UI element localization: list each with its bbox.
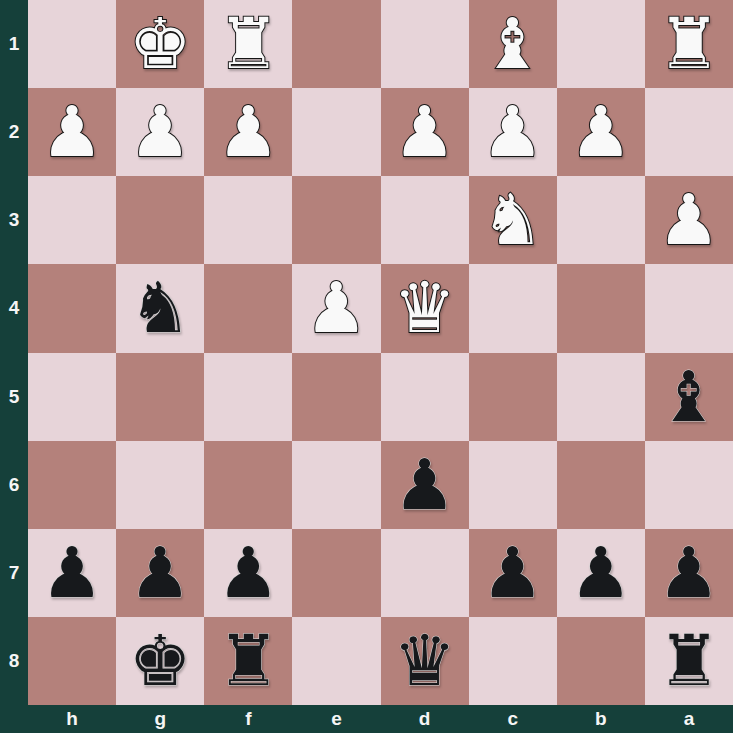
square-e6[interactable]	[292, 441, 380, 529]
file-label-b: b	[557, 705, 645, 733]
square-g6[interactable]	[116, 441, 204, 529]
square-d4[interactable]: ♛	[381, 264, 469, 352]
white-pawn-piece: ♟	[217, 97, 280, 167]
square-g2[interactable]: ♟	[116, 88, 204, 176]
white-rook-piece: ♜	[658, 9, 721, 79]
rank-label-5: 5	[0, 353, 28, 441]
square-e2[interactable]	[292, 88, 380, 176]
square-e8[interactable]	[292, 617, 380, 705]
square-d6[interactable]: ♟	[381, 441, 469, 529]
square-b7[interactable]: ♟	[557, 529, 645, 617]
square-f2[interactable]: ♟	[204, 88, 292, 176]
white-bishop-piece: ♝	[481, 9, 544, 79]
square-a4[interactable]	[645, 264, 733, 352]
square-b6[interactable]	[557, 441, 645, 529]
rank-label-2: 2	[0, 88, 28, 176]
board-corner	[0, 705, 28, 733]
square-e3[interactable]	[292, 176, 380, 264]
square-a7[interactable]: ♟	[645, 529, 733, 617]
black-rook-piece: ♜	[658, 626, 721, 696]
square-b8[interactable]	[557, 617, 645, 705]
rank-label-8: 8	[0, 617, 28, 705]
white-queen-piece: ♛	[393, 273, 456, 343]
square-f1[interactable]: ♜	[204, 0, 292, 88]
file-label-h: h	[28, 705, 116, 733]
square-d3[interactable]	[381, 176, 469, 264]
rank-label-4: 4	[0, 264, 28, 352]
file-label-g: g	[116, 705, 204, 733]
square-h2[interactable]: ♟	[28, 88, 116, 176]
square-a1[interactable]: ♜	[645, 0, 733, 88]
square-b2[interactable]: ♟	[557, 88, 645, 176]
square-b4[interactable]	[557, 264, 645, 352]
rank-label-1: 1	[0, 0, 28, 88]
square-f3[interactable]	[204, 176, 292, 264]
square-c1[interactable]: ♝	[469, 0, 557, 88]
square-g8[interactable]: ♚	[116, 617, 204, 705]
square-b3[interactable]	[557, 176, 645, 264]
square-e1[interactable]	[292, 0, 380, 88]
white-pawn-piece: ♟	[481, 97, 544, 167]
square-c7[interactable]: ♟	[469, 529, 557, 617]
square-h8[interactable]	[28, 617, 116, 705]
square-d8[interactable]: ♛	[381, 617, 469, 705]
square-f6[interactable]	[204, 441, 292, 529]
file-label-d: d	[381, 705, 469, 733]
square-c3[interactable]: ♞	[469, 176, 557, 264]
square-a3[interactable]: ♟	[645, 176, 733, 264]
rank-label-7: 7	[0, 529, 28, 617]
white-king-piece: ♚	[129, 9, 192, 79]
square-c4[interactable]	[469, 264, 557, 352]
white-pawn-piece: ♟	[393, 97, 456, 167]
square-a5[interactable]: ♝	[645, 353, 733, 441]
black-knight-piece: ♞	[129, 273, 192, 343]
square-g7[interactable]: ♟	[116, 529, 204, 617]
file-label-f: f	[204, 705, 292, 733]
square-f8[interactable]: ♜	[204, 617, 292, 705]
file-labels: hgfedcba	[28, 705, 733, 733]
chess-app: 12345678 ♚♜♝♜♟♟♟♟♟♟♞♟♞♟♛♝♟♟♟♟♟♟♟♚♜♛♜ hgf…	[0, 0, 733, 733]
square-e7[interactable]	[292, 529, 380, 617]
white-pawn-piece: ♟	[305, 273, 368, 343]
black-rook-piece: ♜	[217, 626, 280, 696]
square-g5[interactable]	[116, 353, 204, 441]
white-pawn-piece: ♟	[129, 97, 192, 167]
square-d2[interactable]: ♟	[381, 88, 469, 176]
square-g3[interactable]	[116, 176, 204, 264]
rank-labels: 12345678	[0, 0, 28, 705]
black-pawn-piece: ♟	[41, 538, 104, 608]
square-a2[interactable]	[645, 88, 733, 176]
square-b5[interactable]	[557, 353, 645, 441]
square-h5[interactable]	[28, 353, 116, 441]
square-h6[interactable]	[28, 441, 116, 529]
square-f4[interactable]	[204, 264, 292, 352]
white-knight-piece: ♞	[481, 185, 544, 255]
square-c8[interactable]	[469, 617, 557, 705]
black-pawn-piece: ♟	[217, 538, 280, 608]
file-label-a: a	[645, 705, 733, 733]
black-pawn-piece: ♟	[129, 538, 192, 608]
black-king-piece: ♚	[129, 626, 192, 696]
black-pawn-piece: ♟	[569, 538, 632, 608]
file-label-e: e	[292, 705, 380, 733]
square-h3[interactable]	[28, 176, 116, 264]
black-pawn-piece: ♟	[481, 538, 544, 608]
rank-label-6: 6	[0, 441, 28, 529]
square-f5[interactable]	[204, 353, 292, 441]
chess-board: ♚♜♝♜♟♟♟♟♟♟♞♟♞♟♛♝♟♟♟♟♟♟♟♚♜♛♜	[28, 0, 733, 705]
file-label-c: c	[469, 705, 557, 733]
white-pawn-piece: ♟	[41, 97, 104, 167]
square-d5[interactable]	[381, 353, 469, 441]
square-c5[interactable]	[469, 353, 557, 441]
white-pawn-piece: ♟	[658, 185, 721, 255]
square-g1[interactable]: ♚	[116, 0, 204, 88]
white-rook-piece: ♜	[217, 9, 280, 79]
black-pawn-piece: ♟	[393, 450, 456, 520]
square-f7[interactable]: ♟	[204, 529, 292, 617]
black-queen-piece: ♛	[393, 626, 456, 696]
square-a8[interactable]: ♜	[645, 617, 733, 705]
black-pawn-piece: ♟	[658, 538, 721, 608]
square-b1[interactable]	[557, 0, 645, 88]
square-c2[interactable]: ♟	[469, 88, 557, 176]
square-e5[interactable]	[292, 353, 380, 441]
black-bishop-piece: ♝	[658, 362, 721, 432]
rank-label-3: 3	[0, 176, 28, 264]
square-e4[interactable]: ♟	[292, 264, 380, 352]
square-h1[interactable]	[28, 0, 116, 88]
square-d1[interactable]	[381, 0, 469, 88]
square-c6[interactable]	[469, 441, 557, 529]
square-d7[interactable]	[381, 529, 469, 617]
white-pawn-piece: ♟	[569, 97, 632, 167]
square-g4[interactable]: ♞	[116, 264, 204, 352]
square-a6[interactable]	[645, 441, 733, 529]
square-h7[interactable]: ♟	[28, 529, 116, 617]
square-h4[interactable]	[28, 264, 116, 352]
